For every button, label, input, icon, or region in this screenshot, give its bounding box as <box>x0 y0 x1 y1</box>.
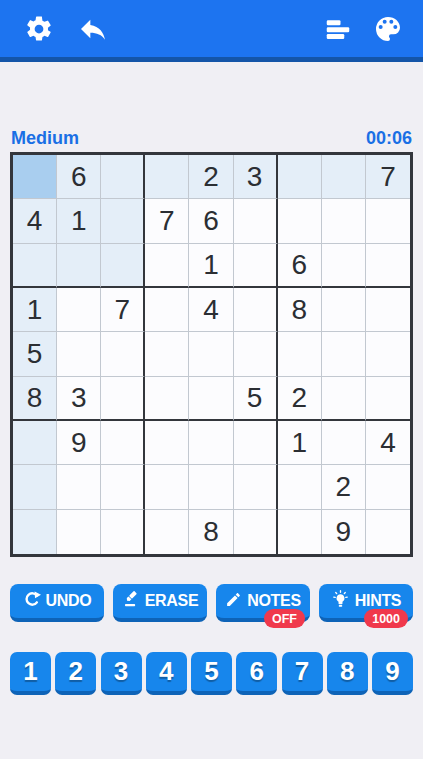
cell-r1c6[interactable]: 3 <box>234 155 278 199</box>
cell-r8c3[interactable] <box>101 465 145 509</box>
erase-label: ERASE <box>145 592 199 610</box>
back-button[interactable] <box>76 12 110 46</box>
cell-r2c7[interactable] <box>278 199 322 243</box>
cell-r3c6[interactable] <box>234 244 278 288</box>
cell-r7c3[interactable] <box>101 421 145 465</box>
cell-r6c6[interactable]: 5 <box>234 377 278 421</box>
cell-r4c6[interactable] <box>234 288 278 332</box>
cell-r6c3[interactable] <box>101 377 145 421</box>
cell-r3c7[interactable]: 6 <box>278 244 322 288</box>
cell-r4c3[interactable]: 7 <box>101 288 145 332</box>
notes-off-badge: OFF <box>264 609 305 628</box>
palette-icon <box>372 13 404 45</box>
erase-icon <box>122 590 140 612</box>
cell-r5c4[interactable] <box>145 332 189 376</box>
notes-label: NOTES <box>247 592 301 610</box>
cell-r7c6[interactable] <box>234 421 278 465</box>
undo-label: UNDO <box>46 592 92 610</box>
cell-r2c8[interactable] <box>322 199 366 243</box>
cell-r9c5[interactable]: 8 <box>189 510 233 554</box>
cell-r8c4[interactable] <box>145 465 189 509</box>
cell-r1c9[interactable]: 7 <box>366 155 410 199</box>
numpad-4[interactable]: 4 <box>146 652 187 695</box>
cell-r3c1[interactable] <box>13 244 57 288</box>
cell-r1c3[interactable] <box>101 155 145 199</box>
settings-button[interactable] <box>22 12 56 46</box>
hints-label: HINTS <box>355 592 402 610</box>
cell-r9c8[interactable]: 9 <box>322 510 366 554</box>
numpad-9[interactable]: 9 <box>372 652 413 695</box>
cell-r9c9[interactable] <box>366 510 410 554</box>
cell-r8c7[interactable] <box>278 465 322 509</box>
gear-icon <box>24 14 54 44</box>
numpad-2[interactable]: 2 <box>55 652 96 695</box>
cell-r5c5[interactable] <box>189 332 233 376</box>
cell-r6c8[interactable] <box>322 377 366 421</box>
cell-r8c9[interactable] <box>366 465 410 509</box>
cell-r2c6[interactable] <box>234 199 278 243</box>
hints-button[interactable]: HINTS 1000 <box>319 584 413 622</box>
cell-r5c1[interactable]: 5 <box>13 332 57 376</box>
cell-r8c2[interactable] <box>57 465 101 509</box>
cell-r9c7[interactable] <box>278 510 322 554</box>
numpad-1[interactable]: 1 <box>10 652 51 695</box>
cell-r5c7[interactable] <box>278 332 322 376</box>
cell-r3c5[interactable]: 1 <box>189 244 233 288</box>
cell-r5c8[interactable] <box>322 332 366 376</box>
stats-button[interactable] <box>321 12 355 46</box>
cell-r3c9[interactable] <box>366 244 410 288</box>
undo-icon <box>23 590 41 612</box>
timer: 00:06 <box>366 128 412 149</box>
numpad-5[interactable]: 5 <box>191 652 232 695</box>
cell-r7c4[interactable] <box>145 421 189 465</box>
cell-r6c2[interactable]: 3 <box>57 377 101 421</box>
erase-button[interactable]: ERASE <box>113 584 207 622</box>
difficulty-label: Medium <box>11 128 79 149</box>
hints-count-badge: 1000 <box>364 609 408 628</box>
cell-r6c1[interactable]: 8 <box>13 377 57 421</box>
numpad-3[interactable]: 3 <box>101 652 142 695</box>
cell-r1c4[interactable] <box>145 155 189 199</box>
app-bar <box>0 0 423 62</box>
cell-r5c6[interactable] <box>234 332 278 376</box>
cell-r9c2[interactable] <box>57 510 101 554</box>
notes-button[interactable]: NOTES OFF <box>216 584 310 622</box>
cell-r7c2[interactable]: 9 <box>57 421 101 465</box>
cell-r1c5[interactable]: 2 <box>189 155 233 199</box>
cell-r4c7[interactable]: 8 <box>278 288 322 332</box>
cell-r2c9[interactable] <box>366 199 410 243</box>
cell-r6c7[interactable]: 2 <box>278 377 322 421</box>
cell-r2c1[interactable]: 4 <box>13 199 57 243</box>
cell-r7c8[interactable] <box>322 421 366 465</box>
cell-r7c9[interactable]: 4 <box>366 421 410 465</box>
cell-r3c4[interactable] <box>145 244 189 288</box>
number-pad: 123456789 <box>10 652 413 695</box>
cell-r8c6[interactable] <box>234 465 278 509</box>
cell-r8c1[interactable] <box>13 465 57 509</box>
cell-r5c2[interactable] <box>57 332 101 376</box>
cell-r4c4[interactable] <box>145 288 189 332</box>
cell-r2c4[interactable]: 7 <box>145 199 189 243</box>
back-icon <box>77 13 109 45</box>
cell-r1c8[interactable] <box>322 155 366 199</box>
cell-r6c5[interactable] <box>189 377 233 421</box>
cell-r3c3[interactable] <box>101 244 145 288</box>
hints-icon <box>331 590 350 613</box>
cell-r6c9[interactable] <box>366 377 410 421</box>
numpad-6[interactable]: 6 <box>236 652 277 695</box>
theme-button[interactable] <box>371 12 405 46</box>
cell-r9c4[interactable] <box>145 510 189 554</box>
cell-r8c5[interactable] <box>189 465 233 509</box>
cell-r8c8[interactable]: 2 <box>322 465 366 509</box>
cell-r7c1[interactable] <box>13 421 57 465</box>
cell-r9c3[interactable] <box>101 510 145 554</box>
cell-r3c2[interactable] <box>57 244 101 288</box>
cell-r2c3[interactable] <box>101 199 145 243</box>
cell-r1c2[interactable]: 6 <box>57 155 101 199</box>
undo-button[interactable]: UNDO <box>10 584 104 622</box>
cell-r7c7[interactable]: 1 <box>278 421 322 465</box>
notes-icon <box>225 591 242 612</box>
cell-r4c1[interactable]: 1 <box>13 288 57 332</box>
cell-r5c3[interactable] <box>101 332 145 376</box>
cell-r6c4[interactable] <box>145 377 189 421</box>
cell-r9c1[interactable] <box>13 510 57 554</box>
cell-r4c8[interactable] <box>322 288 366 332</box>
cell-r4c9[interactable] <box>366 288 410 332</box>
sudoku-board: 6237417616174858352914289 <box>10 152 413 557</box>
cell-r1c7[interactable] <box>278 155 322 199</box>
cell-r5c9[interactable] <box>366 332 410 376</box>
cell-r4c2[interactable] <box>57 288 101 332</box>
toolbar: UNDO ERASE NOTES OFF HINTS 1000 <box>10 584 413 622</box>
cell-r2c5[interactable]: 6 <box>189 199 233 243</box>
numpad-7[interactable]: 7 <box>282 652 323 695</box>
cell-r3c8[interactable] <box>322 244 366 288</box>
cell-r1c1[interactable] <box>13 155 57 199</box>
cell-r2c2[interactable]: 1 <box>57 199 101 243</box>
stats-icon <box>323 14 353 44</box>
game-status-row: Medium 00:06 <box>11 128 412 149</box>
cell-r9c6[interactable] <box>234 510 278 554</box>
cell-r4c5[interactable]: 4 <box>189 288 233 332</box>
numpad-8[interactable]: 8 <box>327 652 368 695</box>
cell-r7c5[interactable] <box>189 421 233 465</box>
